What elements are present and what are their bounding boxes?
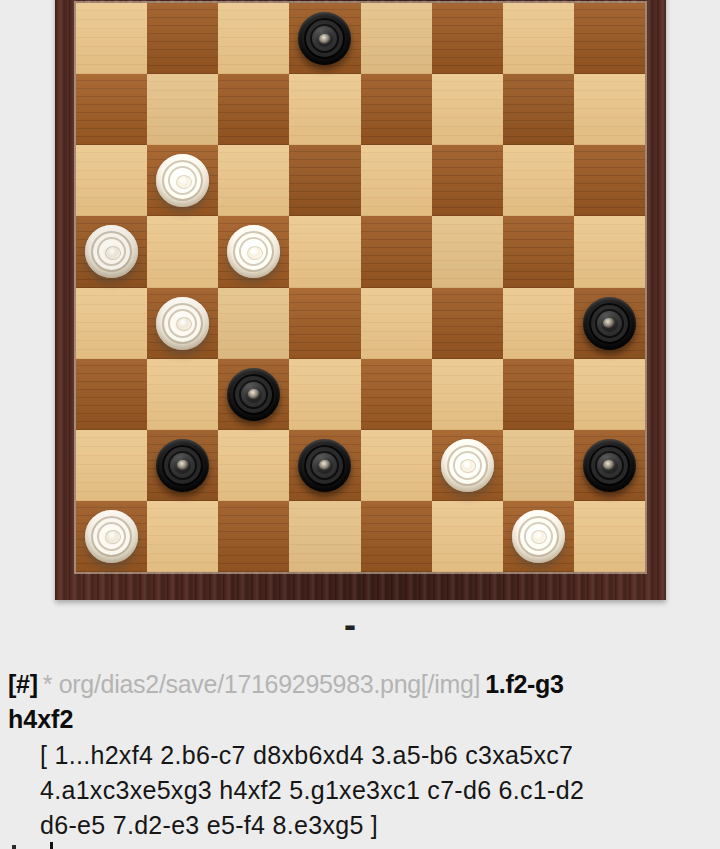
square-d7[interactable] [289, 74, 360, 145]
square-g5[interactable] [503, 216, 574, 287]
square-h6[interactable] [574, 145, 645, 216]
main-move-1: 1.f2-g3 [485, 670, 563, 698]
white-piece-b4[interactable] [156, 297, 209, 350]
square-d2[interactable] [289, 430, 360, 501]
square-h5[interactable] [574, 216, 645, 287]
black-piece-h4[interactable] [583, 297, 636, 350]
image-path-text: * org/dias2/save/17169295983.png[/img] [43, 670, 481, 698]
square-d8[interactable] [289, 3, 360, 74]
square-g1[interactable] [503, 501, 574, 572]
square-f8[interactable] [432, 3, 503, 74]
square-f1[interactable] [432, 501, 503, 572]
square-h3[interactable] [574, 359, 645, 430]
square-f6[interactable] [432, 145, 503, 216]
square-b7[interactable] [147, 74, 218, 145]
square-g8[interactable] [503, 3, 574, 74]
clipped-next-line-dot [12, 845, 16, 849]
square-b1[interactable] [147, 501, 218, 572]
square-c2[interactable] [218, 430, 289, 501]
variation-line-1: [ 1...h2xf4 2.b6-c7 d8xb6xd4 3.a5-b6 c3x… [40, 741, 573, 770]
black-piece-h2[interactable] [583, 439, 636, 492]
black-piece-d8[interactable] [298, 12, 351, 65]
square-e3[interactable] [361, 359, 432, 430]
square-a7[interactable] [76, 74, 147, 145]
square-f2[interactable] [432, 430, 503, 501]
square-c6[interactable] [218, 145, 289, 216]
main-move-2: h4xf2 [8, 705, 73, 734]
caption-line-1: [#]* org/dias2/save/17169295983.png[/img… [8, 670, 564, 699]
square-c8[interactable] [218, 3, 289, 74]
square-c3[interactable] [218, 359, 289, 430]
square-b4[interactable] [147, 288, 218, 359]
square-a5[interactable] [76, 216, 147, 287]
page: - [#]* org/dias2/save/17169295983.png[/i… [0, 0, 720, 849]
square-g3[interactable] [503, 359, 574, 430]
square-g4[interactable] [503, 288, 574, 359]
square-g6[interactable] [503, 145, 574, 216]
square-d4[interactable] [289, 288, 360, 359]
variation-line-2: 4.a1xc3xe5xg3 h4xf2 5.g1xe3xc1 c7-d6 6.c… [40, 776, 584, 805]
square-f3[interactable] [432, 359, 503, 430]
square-e2[interactable] [361, 430, 432, 501]
square-c1[interactable] [218, 501, 289, 572]
diagram-tag: [#] [8, 670, 38, 698]
square-h2[interactable] [574, 430, 645, 501]
square-e4[interactable] [361, 288, 432, 359]
square-d1[interactable] [289, 501, 360, 572]
square-g7[interactable] [503, 74, 574, 145]
square-h8[interactable] [574, 3, 645, 74]
square-a2[interactable] [76, 430, 147, 501]
clipped-next-line-stroke [50, 842, 53, 849]
white-piece-f2[interactable] [441, 439, 494, 492]
white-piece-g1[interactable] [512, 510, 565, 563]
square-a4[interactable] [76, 288, 147, 359]
square-a8[interactable] [76, 3, 147, 74]
white-piece-a1[interactable] [85, 510, 138, 563]
square-f7[interactable] [432, 74, 503, 145]
black-piece-d2[interactable] [298, 439, 351, 492]
white-piece-b6[interactable] [156, 154, 209, 207]
black-piece-b2[interactable] [156, 439, 209, 492]
square-b5[interactable] [147, 216, 218, 287]
square-b8[interactable] [147, 3, 218, 74]
square-e1[interactable] [361, 501, 432, 572]
square-b3[interactable] [147, 359, 218, 430]
square-d5[interactable] [289, 216, 360, 287]
board-frame [55, 0, 666, 600]
result-separator: - [330, 604, 370, 646]
square-h1[interactable] [574, 501, 645, 572]
square-a1[interactable] [76, 501, 147, 572]
square-d3[interactable] [289, 359, 360, 430]
square-f4[interactable] [432, 288, 503, 359]
square-c7[interactable] [218, 74, 289, 145]
square-h7[interactable] [574, 74, 645, 145]
square-f5[interactable] [432, 216, 503, 287]
square-a3[interactable] [76, 359, 147, 430]
white-piece-a5[interactable] [85, 225, 138, 278]
square-b2[interactable] [147, 430, 218, 501]
square-c4[interactable] [218, 288, 289, 359]
variation-line-3: d6-e5 7.d2-e3 e5-f4 8.e3xg5 ] [40, 811, 378, 840]
black-piece-c3[interactable] [227, 368, 280, 421]
white-piece-c5[interactable] [227, 225, 280, 278]
square-c5[interactable] [218, 216, 289, 287]
square-e6[interactable] [361, 145, 432, 216]
square-h4[interactable] [574, 288, 645, 359]
square-a6[interactable] [76, 145, 147, 216]
square-d6[interactable] [289, 145, 360, 216]
checkers-board [76, 3, 645, 572]
square-e7[interactable] [361, 74, 432, 145]
square-g2[interactable] [503, 430, 574, 501]
square-e8[interactable] [361, 3, 432, 74]
square-e5[interactable] [361, 216, 432, 287]
square-b6[interactable] [147, 145, 218, 216]
